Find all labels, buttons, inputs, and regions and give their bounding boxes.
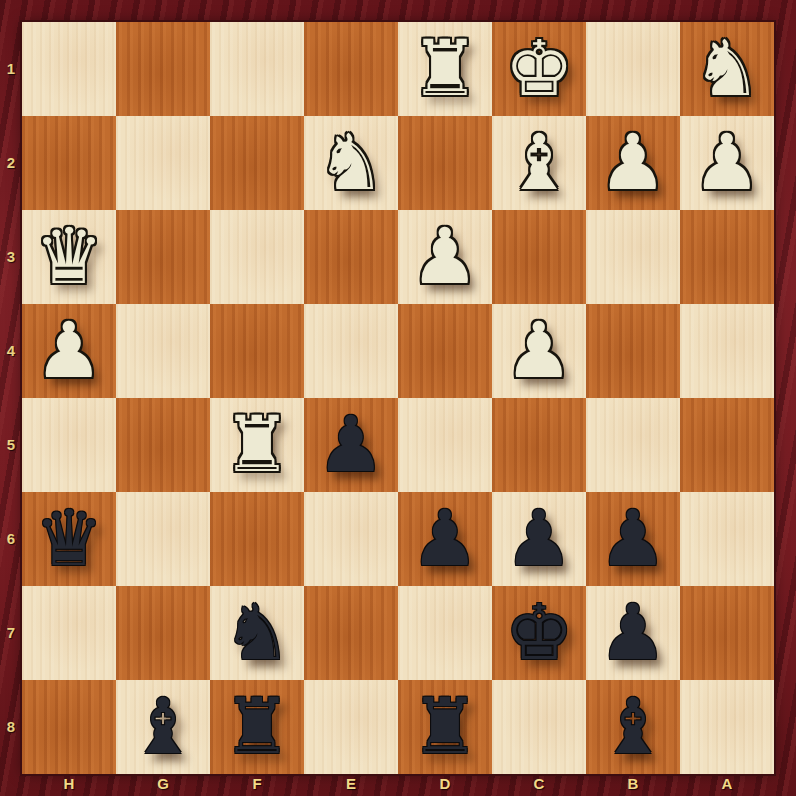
black-pawn-piece: ♟ <box>504 492 573 586</box>
square-d2[interactable] <box>398 116 492 210</box>
square-b8[interactable]: ♝ <box>586 680 680 774</box>
black-rook-piece: ♜ <box>222 680 291 774</box>
square-c4[interactable]: ♟ <box>492 304 586 398</box>
file-label-a: A <box>680 774 774 796</box>
file-label-b: B <box>586 774 680 796</box>
square-c5[interactable] <box>492 398 586 492</box>
white-queen-piece: ♛ <box>34 210 103 304</box>
square-d3[interactable]: ♟ <box>398 210 492 304</box>
square-e3[interactable] <box>304 210 398 304</box>
square-g5[interactable] <box>116 398 210 492</box>
square-e6[interactable] <box>304 492 398 586</box>
file-label-h: H <box>22 774 116 796</box>
square-a2[interactable]: ♟ <box>680 116 774 210</box>
rank-label-3: 3 <box>0 210 22 304</box>
square-h6[interactable]: ♛ <box>22 492 116 586</box>
file-label-c: C <box>492 774 586 796</box>
square-b2[interactable]: ♟ <box>586 116 680 210</box>
square-h4[interactable]: ♟ <box>22 304 116 398</box>
white-knight-piece: ♞ <box>316 116 385 210</box>
square-c1[interactable]: ♚ <box>492 22 586 116</box>
black-pawn-piece: ♟ <box>598 492 667 586</box>
file-label-f: F <box>210 774 304 796</box>
square-b7[interactable]: ♟ <box>586 586 680 680</box>
file-labels: HGFEDCBA <box>22 774 774 796</box>
file-label-d: D <box>398 774 492 796</box>
square-d5[interactable] <box>398 398 492 492</box>
black-pawn-piece: ♟ <box>410 492 479 586</box>
square-h8[interactable] <box>22 680 116 774</box>
square-g4[interactable] <box>116 304 210 398</box>
white-pawn-piece: ♟ <box>504 304 573 398</box>
square-b3[interactable] <box>586 210 680 304</box>
square-e5[interactable]: ♟ <box>304 398 398 492</box>
board-frame: 12345678 ♜♚♞♞♝♟♟♛♟♟♟♜♟♛♟♟♟♞♚♟♝♜♜♝ HGFEDC… <box>0 0 796 796</box>
square-c8[interactable] <box>492 680 586 774</box>
white-pawn-piece: ♟ <box>598 116 667 210</box>
square-a8[interactable] <box>680 680 774 774</box>
square-f7[interactable]: ♞ <box>210 586 304 680</box>
square-g1[interactable] <box>116 22 210 116</box>
white-pawn-piece: ♟ <box>34 304 103 398</box>
square-d4[interactable] <box>398 304 492 398</box>
square-d1[interactable]: ♜ <box>398 22 492 116</box>
square-b5[interactable] <box>586 398 680 492</box>
square-c6[interactable]: ♟ <box>492 492 586 586</box>
black-knight-piece: ♞ <box>222 586 291 680</box>
rank-labels: 12345678 <box>0 22 22 774</box>
square-a7[interactable] <box>680 586 774 680</box>
square-c7[interactable]: ♚ <box>492 586 586 680</box>
white-pawn-piece: ♟ <box>692 116 761 210</box>
square-d7[interactable] <box>398 586 492 680</box>
square-f8[interactable]: ♜ <box>210 680 304 774</box>
square-a5[interactable] <box>680 398 774 492</box>
square-f3[interactable] <box>210 210 304 304</box>
rank-label-1: 1 <box>0 22 22 116</box>
white-rook-piece: ♜ <box>410 22 479 116</box>
black-rook-piece: ♜ <box>410 680 479 774</box>
rank-label-8: 8 <box>0 680 22 774</box>
square-d6[interactable]: ♟ <box>398 492 492 586</box>
square-c3[interactable] <box>492 210 586 304</box>
square-g6[interactable] <box>116 492 210 586</box>
square-f5[interactable]: ♜ <box>210 398 304 492</box>
square-g8[interactable]: ♝ <box>116 680 210 774</box>
square-e4[interactable] <box>304 304 398 398</box>
rank-label-2: 2 <box>0 116 22 210</box>
white-king-piece: ♚ <box>504 22 573 116</box>
white-knight-piece: ♞ <box>692 22 761 116</box>
rank-label-7: 7 <box>0 586 22 680</box>
square-g3[interactable] <box>116 210 210 304</box>
square-a3[interactable] <box>680 210 774 304</box>
square-h5[interactable] <box>22 398 116 492</box>
square-b1[interactable] <box>586 22 680 116</box>
black-king-piece: ♚ <box>504 586 573 680</box>
white-rook-piece: ♜ <box>222 398 291 492</box>
white-bishop-piece: ♝ <box>504 116 573 210</box>
black-queen-piece: ♛ <box>34 492 103 586</box>
white-pawn-piece: ♟ <box>410 210 479 304</box>
square-h1[interactable] <box>22 22 116 116</box>
square-e1[interactable] <box>304 22 398 116</box>
square-f6[interactable] <box>210 492 304 586</box>
square-f2[interactable] <box>210 116 304 210</box>
square-e7[interactable] <box>304 586 398 680</box>
rank-label-6: 6 <box>0 492 22 586</box>
square-g2[interactable] <box>116 116 210 210</box>
black-bishop-piece: ♝ <box>128 680 197 774</box>
square-h3[interactable]: ♛ <box>22 210 116 304</box>
square-h2[interactable] <box>22 116 116 210</box>
square-b4[interactable] <box>586 304 680 398</box>
rank-label-5: 5 <box>0 398 22 492</box>
square-d8[interactable]: ♜ <box>398 680 492 774</box>
square-f4[interactable] <box>210 304 304 398</box>
square-b6[interactable]: ♟ <box>586 492 680 586</box>
square-c2[interactable]: ♝ <box>492 116 586 210</box>
file-label-g: G <box>116 774 210 796</box>
black-pawn-piece: ♟ <box>598 586 667 680</box>
square-a1[interactable]: ♞ <box>680 22 774 116</box>
rank-label-4: 4 <box>0 304 22 398</box>
square-a6[interactable] <box>680 492 774 586</box>
square-e2[interactable]: ♞ <box>304 116 398 210</box>
chess-board: ♜♚♞♞♝♟♟♛♟♟♟♜♟♛♟♟♟♞♚♟♝♜♜♝ <box>22 22 774 774</box>
square-h7[interactable] <box>22 586 116 680</box>
square-a4[interactable] <box>680 304 774 398</box>
square-e8[interactable] <box>304 680 398 774</box>
file-label-e: E <box>304 774 398 796</box>
square-f1[interactable] <box>210 22 304 116</box>
black-bishop-piece: ♝ <box>598 680 667 774</box>
black-pawn-piece: ♟ <box>316 398 385 492</box>
square-g7[interactable] <box>116 586 210 680</box>
